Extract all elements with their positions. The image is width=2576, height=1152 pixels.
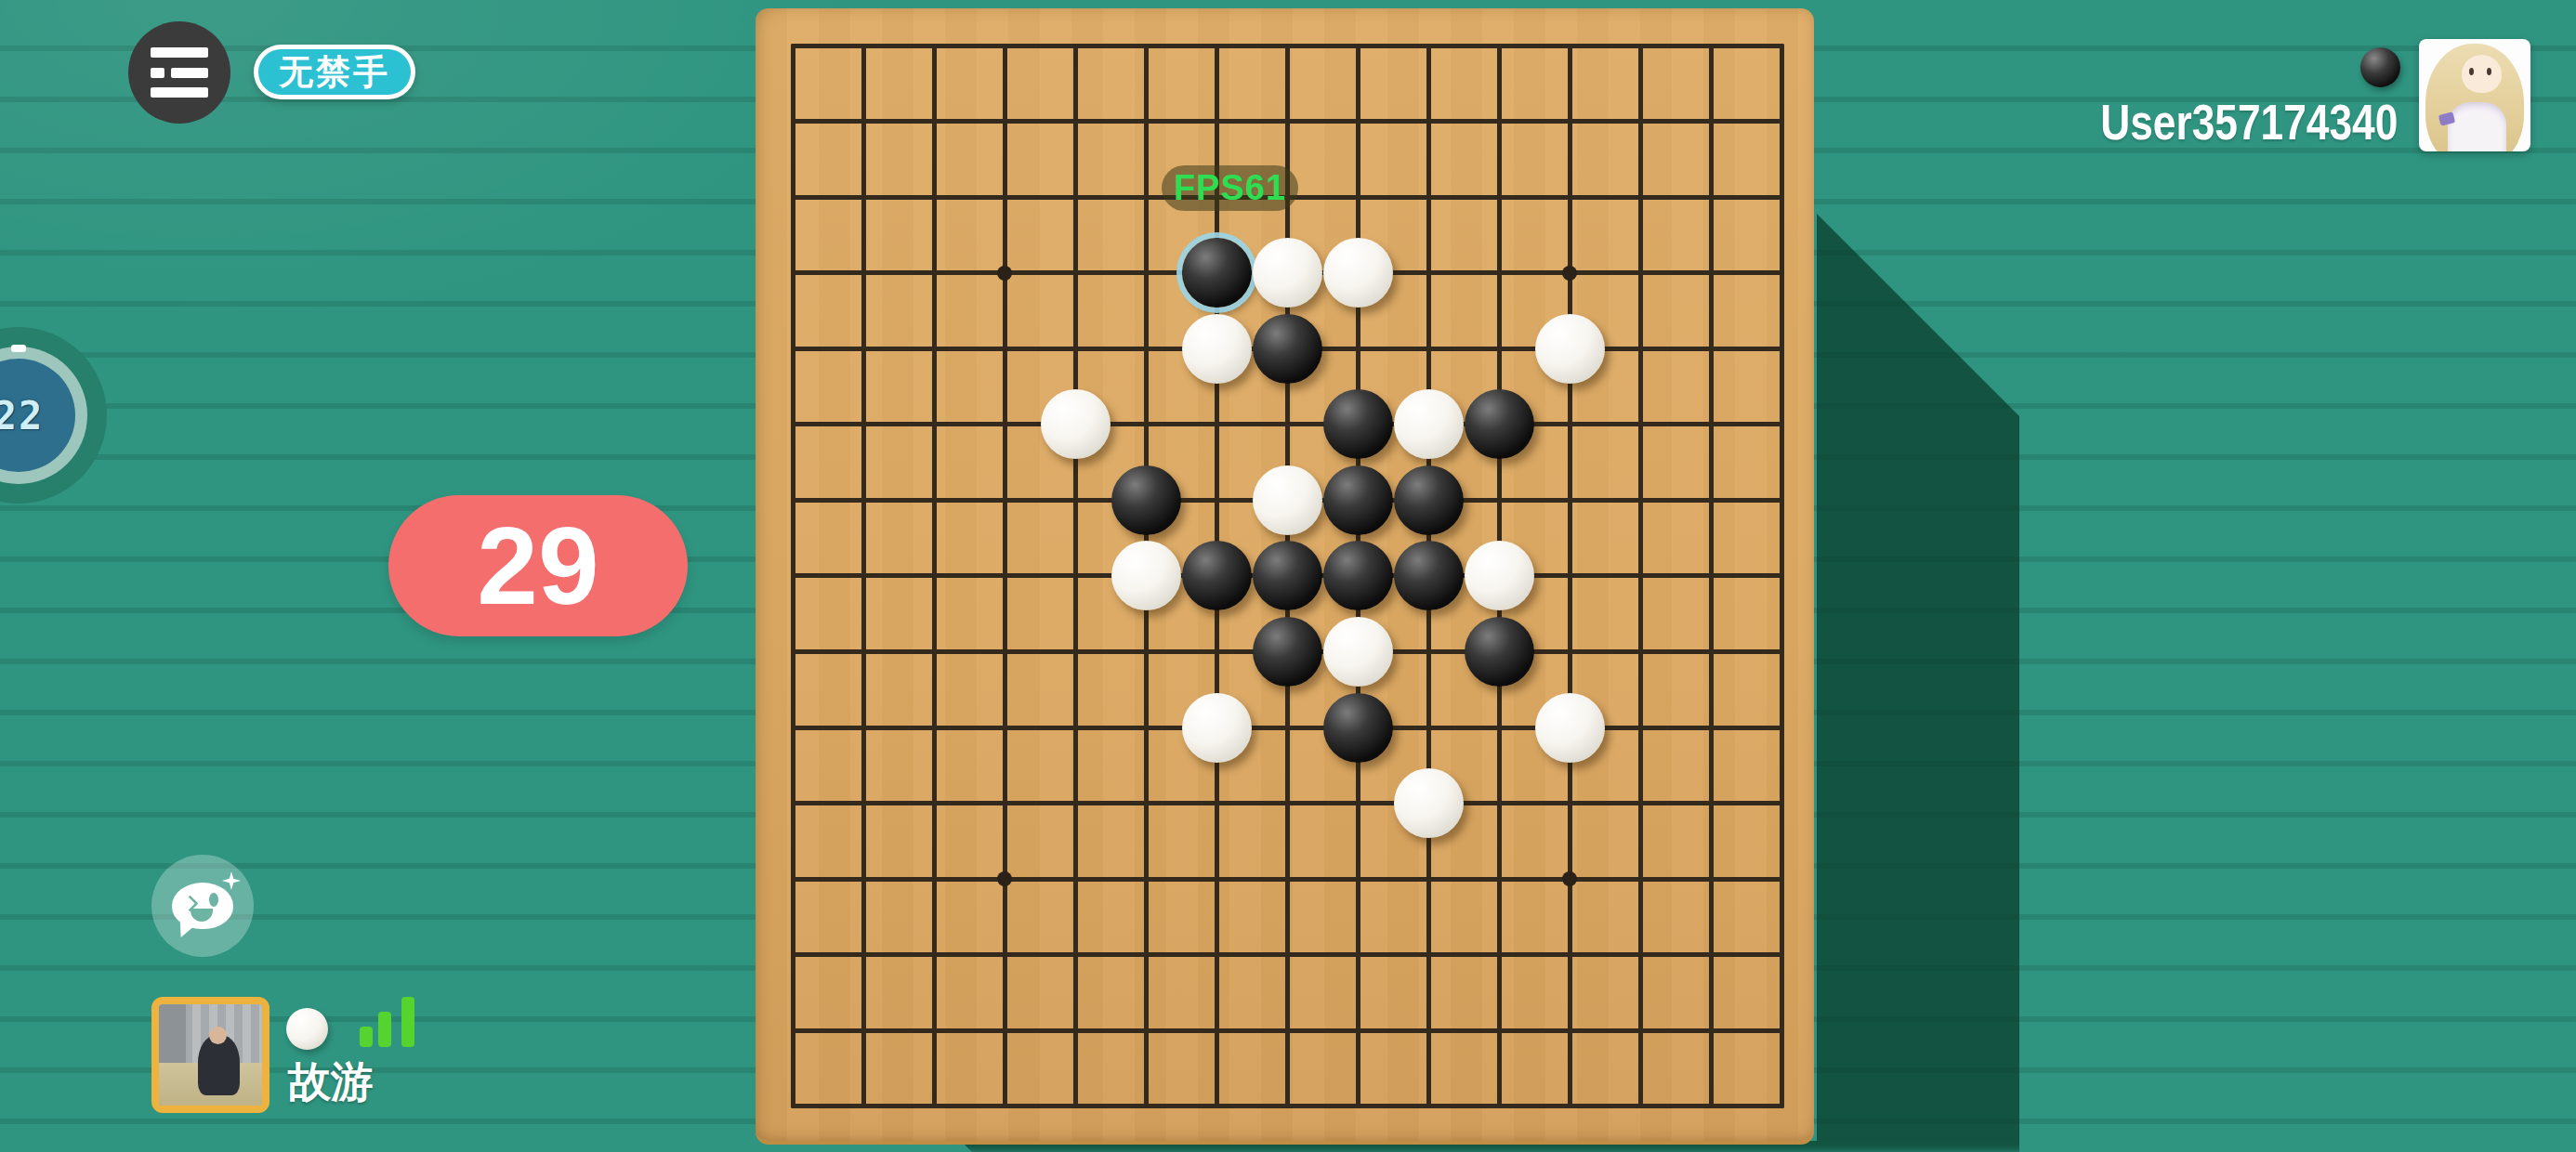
star-point xyxy=(1562,266,1577,281)
black-stone xyxy=(1465,617,1534,687)
chat-bubble-tail xyxy=(176,922,194,940)
self-avatar[interactable] xyxy=(151,997,269,1113)
black-stone xyxy=(1182,541,1252,610)
rule-badge[interactable]: 无禁手 xyxy=(254,45,415,99)
grid-line-vertical xyxy=(1638,44,1643,1109)
white-stone xyxy=(1111,541,1181,610)
grid-line-horizontal xyxy=(791,877,1784,882)
black-stone xyxy=(1323,389,1393,459)
black-stone xyxy=(1253,314,1322,384)
white-stone xyxy=(1535,314,1605,384)
white-stone xyxy=(1394,389,1464,459)
star-point xyxy=(997,266,1012,281)
star-point xyxy=(997,871,1012,886)
black-stone xyxy=(1394,541,1464,610)
hamburger-icon xyxy=(151,47,208,98)
white-stone xyxy=(1465,541,1534,610)
grid-line-horizontal xyxy=(791,1104,1784,1108)
move-timer: 29 xyxy=(388,495,688,636)
black-stone xyxy=(1253,617,1322,687)
side-counter-value: 22 xyxy=(0,359,75,472)
self-stone-color-indicator xyxy=(286,1008,328,1050)
hamburger-bar-middle xyxy=(151,68,208,78)
chat-button[interactable] xyxy=(151,855,254,957)
black-stone xyxy=(1253,541,1322,610)
black-stone xyxy=(1323,465,1393,535)
black-stone xyxy=(1111,465,1181,535)
connection-signal-icon xyxy=(360,997,417,1047)
white-stone xyxy=(1182,314,1252,384)
chat-bubble-icon xyxy=(172,883,233,929)
black-stone xyxy=(1465,389,1534,459)
signal-bar-1 xyxy=(360,1027,373,1047)
white-stone xyxy=(1394,768,1464,838)
star-point xyxy=(1562,871,1577,886)
white-stone xyxy=(1323,617,1393,687)
chat-mouth xyxy=(191,909,213,922)
fps-overlay: FPS61 xyxy=(1162,165,1298,211)
white-stone xyxy=(1323,238,1393,308)
side-counter-tick xyxy=(11,345,26,352)
opponent-name: User357174340 xyxy=(2100,93,2398,151)
rule-badge-label: 无禁手 xyxy=(279,49,390,96)
grid-line-horizontal xyxy=(791,1028,1784,1033)
grid-line-vertical xyxy=(1709,44,1714,1109)
fps-label: FPS61 xyxy=(1174,168,1286,208)
grid-line-horizontal xyxy=(791,801,1784,805)
black-stone xyxy=(1323,693,1393,763)
black-stone xyxy=(1394,465,1464,535)
opponent-avatar[interactable] xyxy=(2419,39,2530,151)
move-timer-value: 29 xyxy=(477,503,598,629)
white-stone xyxy=(1253,465,1322,535)
signal-bar-2 xyxy=(378,1012,391,1047)
chat-eye xyxy=(209,893,218,907)
avatar-dress xyxy=(2448,102,2505,151)
side-counter-ring: 22 xyxy=(0,347,87,484)
grid-line-vertical xyxy=(1780,44,1784,1109)
avatar-face xyxy=(2462,55,2502,93)
white-stone xyxy=(1182,693,1252,763)
signal-bar-3 xyxy=(401,997,414,1047)
grid-line-horizontal xyxy=(791,952,1784,957)
opponent-stone-color-indicator xyxy=(2360,47,2400,87)
hamburger-bar-bottom xyxy=(151,87,208,98)
self-name: 故游 xyxy=(288,1054,374,1111)
hamburger-bar-top xyxy=(151,47,208,58)
grid-line-horizontal xyxy=(791,726,1784,730)
menu-button[interactable] xyxy=(128,21,230,124)
white-stone xyxy=(1041,389,1111,459)
black-stone xyxy=(1323,541,1393,610)
hamburger-middle-seg xyxy=(171,68,208,78)
grid-line-vertical xyxy=(1568,44,1572,1109)
white-stone xyxy=(1253,238,1322,308)
white-stone xyxy=(1535,693,1605,763)
black-stone-last-move xyxy=(1182,238,1252,308)
sparkle-icon xyxy=(222,871,241,890)
hamburger-middle-dot xyxy=(151,68,164,78)
